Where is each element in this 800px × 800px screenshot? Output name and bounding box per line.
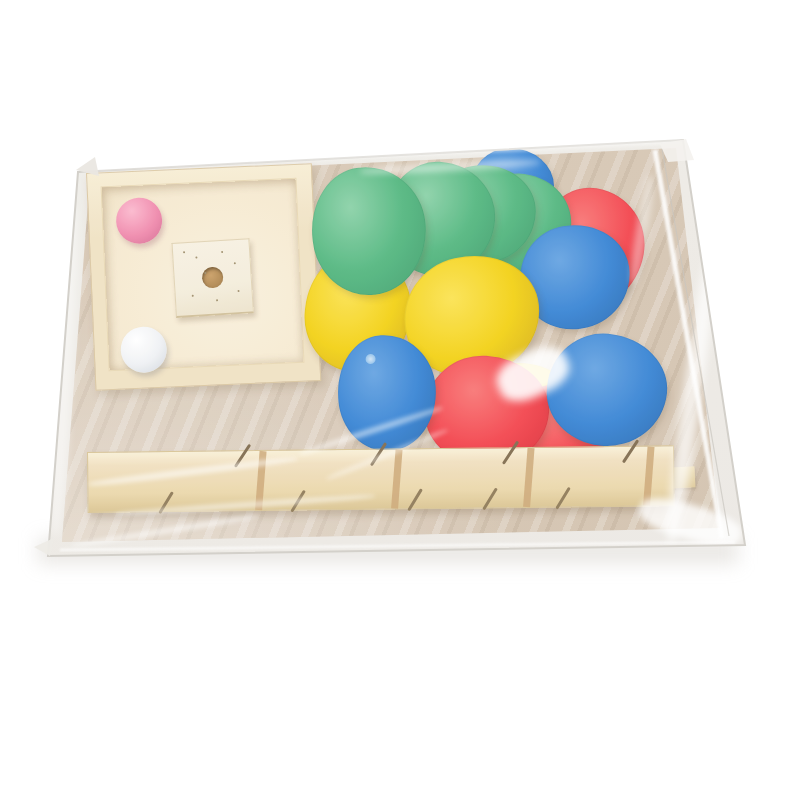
ziplock-bag bbox=[0, 0, 800, 800]
wooden-base-rail bbox=[87, 445, 675, 513]
rail-saw-notch-bottom bbox=[555, 487, 571, 510]
rail-segment-seam bbox=[523, 448, 534, 507]
rail-saw-notch-bottom bbox=[482, 487, 498, 510]
disc-string-hole bbox=[365, 354, 376, 365]
leaf-disc-pile bbox=[0, 0, 800, 800]
rail-saw-notch-bottom bbox=[407, 488, 423, 511]
rail-segment-seam bbox=[391, 449, 402, 508]
rail-saw-notch-bottom bbox=[158, 491, 174, 514]
rail-saw-notch-bottom bbox=[290, 490, 306, 513]
rail-segment-seam bbox=[643, 446, 654, 505]
product-photo-scene bbox=[0, 0, 800, 800]
rail-segment-seam bbox=[255, 451, 266, 510]
